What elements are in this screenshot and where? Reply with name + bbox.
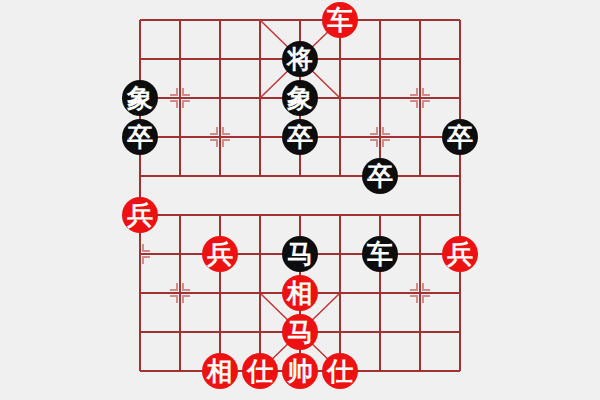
piece-black-general[interactable]: 将 [282, 41, 318, 77]
xiangqi-board[interactable]: 车将象象卒卒卒卒兵兵马车兵相马相仕帅仕 [140, 20, 460, 371]
piece-red-elephant[interactable]: 相 [202, 353, 238, 389]
piece-red-horse[interactable]: 马 [282, 314, 318, 350]
piece-red-chariot[interactable]: 车 [322, 2, 358, 38]
screenshot-stage: 车将象象卒卒卒卒兵兵马车兵相马相仕帅仕 [0, 0, 600, 400]
piece-red-advisor[interactable]: 仕 [322, 353, 358, 389]
piece-black-pawn[interactable]: 卒 [442, 119, 478, 155]
piece-black-pawn[interactable]: 卒 [362, 158, 398, 194]
piece-red-pawn[interactable]: 兵 [202, 236, 238, 272]
piece-red-king[interactable]: 帅 [282, 353, 318, 389]
piece-black-horse[interactable]: 马 [282, 236, 318, 272]
piece-black-chariot[interactable]: 车 [362, 236, 398, 272]
piece-red-elephant[interactable]: 相 [282, 275, 318, 311]
piece-red-pawn[interactable]: 兵 [442, 236, 478, 272]
piece-black-pawn[interactable]: 卒 [282, 119, 318, 155]
piece-black-elephant[interactable]: 象 [122, 80, 158, 116]
piece-red-advisor[interactable]: 仕 [242, 353, 278, 389]
piece-red-pawn[interactable]: 兵 [122, 197, 158, 233]
piece-black-pawn[interactable]: 卒 [122, 119, 158, 155]
piece-black-elephant[interactable]: 象 [282, 80, 318, 116]
